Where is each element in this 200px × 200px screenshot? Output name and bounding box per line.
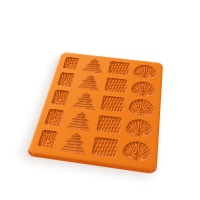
fan-rect-cavity [57,72,75,86]
mold-cell-r4c4 [125,117,154,140]
mold-cell-r2c1 [56,71,76,88]
silicone-mold-tray [27,52,163,171]
mold-cell-r4c3 [96,114,123,136]
mold-cell-r5c2 [58,131,91,155]
mold-cell-r5c1 [36,128,60,151]
mold-cell-r3c3 [100,94,126,114]
ridged-square-cavity [92,136,119,157]
scallop-shell-cavity [130,80,156,98]
ridged-square-cavity [105,78,128,94]
mold-cell-r1c4 [133,63,158,80]
scallop-shell-cavity [125,118,153,139]
ridged-square-cavity [97,115,123,134]
mold-cell-r2c4 [130,80,156,99]
mold-cell-r3c2 [70,91,99,111]
fan-rect-cavity [63,57,80,70]
mold-cell-r5c4 [122,139,152,164]
fan-rect-cavity [37,129,58,148]
pine-tree-cavity [58,131,91,155]
fan-rect-cavity [51,90,70,106]
mold-cell-r5c3 [91,135,120,159]
mold-cell-r4c1 [43,107,65,127]
pine-tree-cavity [70,91,99,110]
mold-cell-r1c2 [80,57,107,74]
fan-rect-cavity [44,109,64,126]
mold-cell-r4c2 [64,110,95,132]
ridged-square-cavity [101,95,125,113]
scallop-shell-cavity [133,64,158,80]
pine-tree-cavity [80,58,107,74]
mold-cell-r2c3 [104,77,129,95]
scallop-shell-cavity [122,140,152,164]
mold-cell-r1c1 [61,55,80,70]
mold-cell-r1c3 [107,60,131,77]
mold-cell-r3c4 [128,97,155,118]
mold-cell-r2c2 [75,73,103,91]
pine-tree-cavity [75,74,103,92]
mold-cell-r3c1 [50,88,71,107]
cavity-grid [36,55,158,164]
product-photo [0,0,200,200]
pine-tree-cavity [64,110,95,131]
scallop-shell-cavity [128,98,155,117]
ridged-square-cavity [108,61,130,76]
